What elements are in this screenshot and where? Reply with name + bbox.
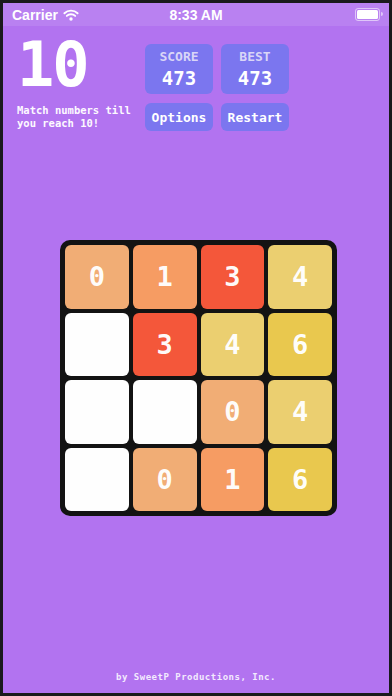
tile-r1c1: 0	[65, 245, 129, 309]
app-title: 10	[17, 37, 88, 93]
credit-text: by SweetP Productions, Inc.	[3, 672, 389, 682]
best-box: BEST 473	[221, 44, 289, 94]
carrier-label: Carrier	[12, 7, 58, 23]
tile-r4c3: 1	[201, 448, 265, 512]
battery-icon	[355, 8, 380, 21]
score-label: SCORE	[159, 49, 198, 64]
carrier-area: Carrier	[12, 7, 79, 23]
tile-r3c1	[65, 380, 129, 444]
tile-r2c1	[65, 313, 129, 377]
best-label: BEST	[239, 49, 270, 64]
best-value: 473	[238, 67, 272, 89]
tile-r2c3: 4	[201, 313, 265, 377]
score-value: 473	[162, 67, 196, 89]
restart-button[interactable]: Restart	[221, 103, 289, 131]
tagline: Match numbers till you reach 10!	[17, 104, 131, 130]
tile-r2c2: 3	[133, 313, 197, 377]
tile-r2c4: 6	[268, 313, 332, 377]
app-screen: Carrier 8:33 AM 10 Match numbers till yo…	[0, 0, 392, 696]
options-button[interactable]: Options	[145, 103, 213, 131]
tile-r3c4: 4	[268, 380, 332, 444]
score-box: SCORE 473	[145, 44, 213, 94]
tile-r4c2: 0	[133, 448, 197, 512]
status-bar: Carrier 8:33 AM	[3, 3, 389, 26]
tile-r4c1	[65, 448, 129, 512]
tile-r1c4: 4	[268, 245, 332, 309]
tile-r1c2: 1	[133, 245, 197, 309]
game-board[interactable]: 0 1 3 4 3 4 6 0 4 0 1 6	[60, 240, 337, 516]
wifi-icon	[63, 9, 79, 21]
tile-r1c3: 3	[201, 245, 265, 309]
clock: 8:33 AM	[169, 3, 222, 26]
tile-r3c2	[133, 380, 197, 444]
tile-r3c3: 0	[201, 380, 265, 444]
tile-r4c4: 6	[268, 448, 332, 512]
